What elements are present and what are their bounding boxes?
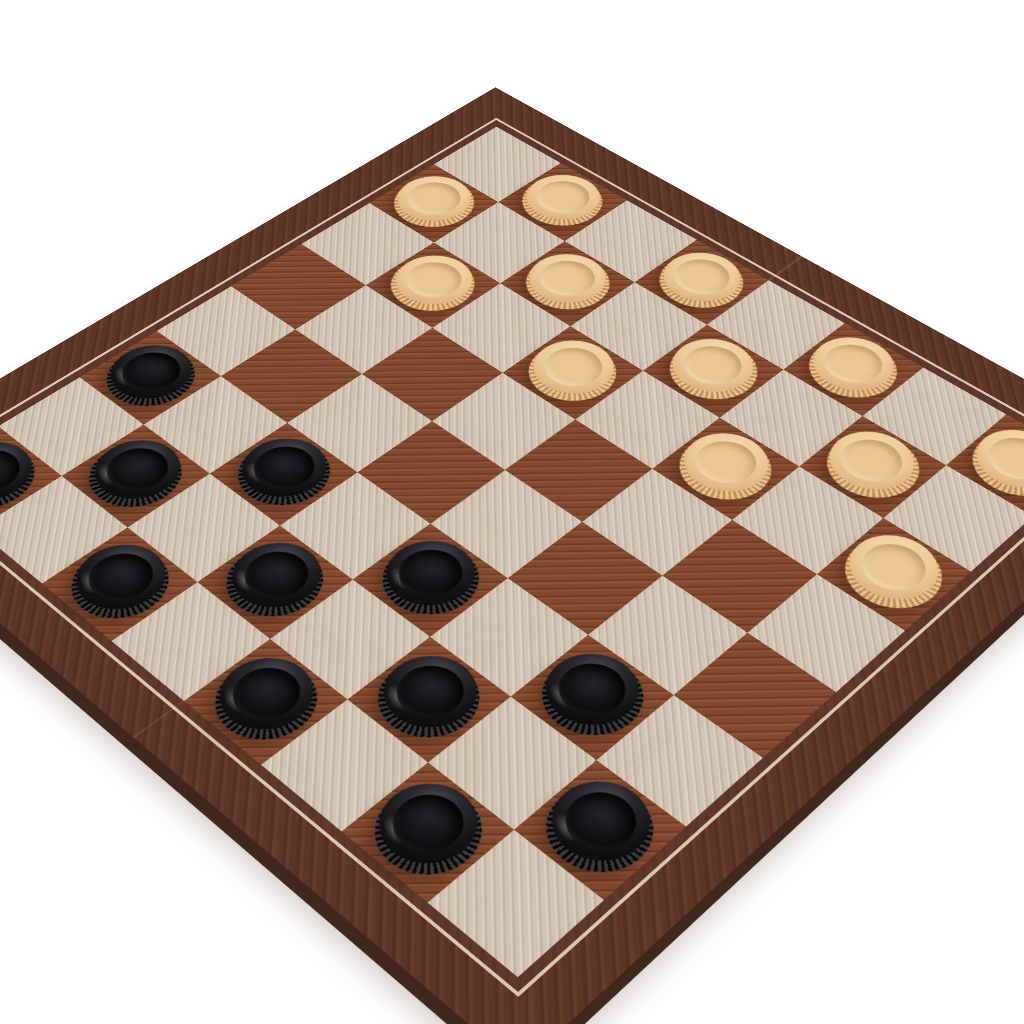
checkers-board: [0, 87, 1024, 1024]
board-border-pinstripe: [0, 118, 1024, 997]
board-grid: [0, 127, 1024, 978]
photo-background: [0, 0, 1024, 1024]
